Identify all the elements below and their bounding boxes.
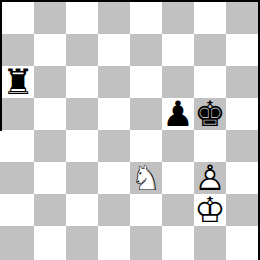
square-b4[interactable] <box>34 130 66 162</box>
square-c4[interactable] <box>66 130 98 162</box>
square-c7[interactable] <box>66 34 98 66</box>
square-b2[interactable] <box>34 194 66 226</box>
square-g2[interactable]: ♚♔ <box>194 194 226 226</box>
square-e3[interactable]: ♞♘ <box>130 162 162 194</box>
square-d6[interactable] <box>98 66 130 98</box>
square-a2[interactable] <box>2 194 34 226</box>
square-b3[interactable] <box>34 162 66 194</box>
square-e8[interactable] <box>130 2 162 34</box>
square-d4[interactable] <box>98 130 130 162</box>
square-b7[interactable] <box>34 34 66 66</box>
square-e2[interactable] <box>130 194 162 226</box>
square-a4[interactable] <box>2 130 34 162</box>
square-f6[interactable] <box>162 66 194 98</box>
square-g3[interactable]: ♟♙ <box>194 162 226 194</box>
square-a1[interactable] <box>2 226 34 258</box>
square-f3[interactable] <box>162 162 194 194</box>
square-h8[interactable] <box>226 2 258 34</box>
square-h3[interactable] <box>226 162 258 194</box>
square-c2[interactable] <box>66 194 98 226</box>
square-f2[interactable] <box>162 194 194 226</box>
square-f4[interactable] <box>162 130 194 162</box>
square-e5[interactable] <box>130 98 162 130</box>
square-h7[interactable] <box>226 34 258 66</box>
square-d3[interactable] <box>98 162 130 194</box>
board-border-right <box>258 0 260 260</box>
black-king: ♚ <box>194 98 226 130</box>
square-e4[interactable] <box>130 130 162 162</box>
board-edge-filler-left <box>0 131 2 260</box>
square-c5[interactable] <box>66 98 98 130</box>
square-a7[interactable] <box>2 34 34 66</box>
square-g5[interactable]: ♚ <box>194 98 226 130</box>
white-pawn: ♙ <box>194 162 226 194</box>
square-d7[interactable] <box>98 34 130 66</box>
square-a5[interactable] <box>2 98 34 130</box>
square-c8[interactable] <box>66 2 98 34</box>
square-f8[interactable] <box>162 2 194 34</box>
square-a6[interactable]: ♜ <box>2 66 34 98</box>
square-h1[interactable] <box>226 226 258 258</box>
square-d1[interactable] <box>98 226 130 258</box>
square-c6[interactable] <box>66 66 98 98</box>
square-d2[interactable] <box>98 194 130 226</box>
square-f7[interactable] <box>162 34 194 66</box>
square-f5[interactable]: ♟ <box>162 98 194 130</box>
square-g8[interactable] <box>194 2 226 34</box>
white-king: ♔ <box>194 194 226 226</box>
square-f1[interactable] <box>162 226 194 258</box>
square-g6[interactable] <box>194 66 226 98</box>
square-c1[interactable] <box>66 226 98 258</box>
square-h4[interactable] <box>226 130 258 162</box>
square-e7[interactable] <box>130 34 162 66</box>
white-king-fill: ♚ <box>194 194 226 226</box>
white-pawn-fill: ♟ <box>194 162 226 194</box>
square-g7[interactable] <box>194 34 226 66</box>
square-h2[interactable] <box>226 194 258 226</box>
board-border-top <box>0 0 260 2</box>
square-g1[interactable] <box>194 226 226 258</box>
square-c3[interactable] <box>66 162 98 194</box>
white-knight-fill: ♞ <box>130 162 162 194</box>
square-g4[interactable] <box>194 130 226 162</box>
chess-diagram: ♜♟♚♞♘♟♙♚♔ <box>0 0 260 260</box>
square-b1[interactable] <box>34 226 66 258</box>
square-d5[interactable] <box>98 98 130 130</box>
black-pawn: ♟ <box>162 98 194 130</box>
square-b5[interactable] <box>34 98 66 130</box>
square-e6[interactable] <box>130 66 162 98</box>
square-h5[interactable] <box>226 98 258 130</box>
square-b6[interactable] <box>34 66 66 98</box>
square-e1[interactable] <box>130 226 162 258</box>
square-d8[interactable] <box>98 2 130 34</box>
board-border-left <box>0 0 2 131</box>
square-h6[interactable] <box>226 66 258 98</box>
square-a8[interactable] <box>2 2 34 34</box>
chessboard: ♜♟♚♞♘♟♙♚♔ <box>2 2 258 258</box>
square-a3[interactable] <box>2 162 34 194</box>
square-b8[interactable] <box>34 2 66 34</box>
white-knight: ♘ <box>130 162 162 194</box>
black-rook: ♜ <box>2 66 34 98</box>
